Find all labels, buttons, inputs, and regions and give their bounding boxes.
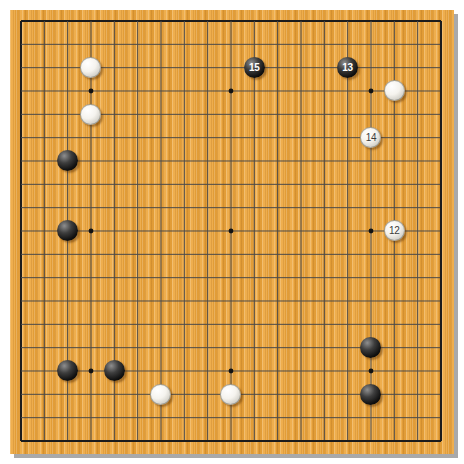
- stone-black-c10: [57, 220, 78, 241]
- stone-black-c13: [57, 150, 78, 171]
- move-number: 15: [249, 63, 260, 73]
- move-number: 14: [366, 133, 377, 143]
- stone-white-r16: [384, 80, 405, 101]
- stone-black-q3: [360, 384, 381, 405]
- stone-black-q5: [360, 337, 381, 358]
- stone-black-e4: [104, 360, 125, 381]
- stone-black-l17: 15: [244, 57, 265, 78]
- board-frame: 14121513: [0, 0, 464, 464]
- stones-grid: 14121513: [9, 9, 452, 452]
- stone-white-r10: 12: [384, 220, 405, 241]
- stone-white-q14: 14: [360, 127, 381, 148]
- stone-white-k3: [220, 384, 241, 405]
- go-board[interactable]: 14121513: [10, 10, 454, 454]
- stone-white-g3: [150, 384, 171, 405]
- move-number: 12: [389, 226, 400, 236]
- stone-black-p17: 13: [337, 57, 358, 78]
- move-number: 13: [342, 63, 353, 73]
- stone-white-d17: [80, 57, 101, 78]
- stone-white-d15: [80, 104, 101, 125]
- stone-black-c4: [57, 360, 78, 381]
